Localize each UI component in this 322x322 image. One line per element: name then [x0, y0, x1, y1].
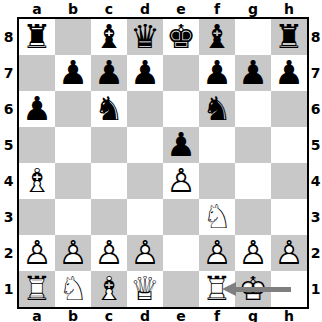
rank-coordinates-right: 87654321 [309, 17, 322, 309]
square-e8[interactable]: ♚ [163, 19, 199, 55]
piece-white-rook[interactable]: ♜♖ [199, 271, 235, 307]
square-e5[interactable]: ♟ [163, 127, 199, 163]
piece-black-queen[interactable]: ♛ [127, 19, 163, 55]
piece-glyph: ♙ [163, 163, 199, 199]
piece-white-pawn[interactable]: ♟♙ [199, 235, 235, 271]
square-e1[interactable] [163, 271, 199, 307]
square-f4[interactable] [199, 163, 235, 199]
piece-glyph: ♝ [199, 19, 235, 55]
square-b1[interactable]: ♞♘ [55, 271, 91, 307]
piece-white-pawn[interactable]: ♟♙ [55, 235, 91, 271]
piece-glyph: ♙ [91, 235, 127, 271]
rank-label-4: 4 [0, 163, 17, 199]
piece-glyph: ♙ [55, 235, 91, 271]
file-label-a: a [19, 2, 55, 16]
piece-glyph: ♗ [91, 271, 127, 307]
file-label-d: d [127, 309, 163, 322]
square-f8[interactable]: ♝ [199, 19, 235, 55]
square-e3[interactable] [163, 199, 199, 235]
piece-glyph: ♝ [91, 19, 127, 55]
rank-label-3: 3 [309, 199, 322, 235]
piece-white-queen[interactable]: ♛♕ [127, 271, 163, 307]
square-c3[interactable] [91, 199, 127, 235]
rank-label-6: 6 [0, 91, 17, 127]
piece-black-pawn[interactable]: ♟ [19, 91, 55, 127]
piece-glyph: ♔ [235, 271, 271, 307]
piece-white-bishop[interactable]: ♝♗ [91, 271, 127, 307]
square-h7[interactable]: ♟ [271, 55, 307, 91]
square-h1[interactable] [271, 271, 307, 307]
piece-white-pawn[interactable]: ♟♙ [19, 235, 55, 271]
piece-glyph: ♛ [127, 19, 163, 55]
rank-label-7: 7 [309, 55, 322, 91]
piece-black-bishop[interactable]: ♝ [199, 19, 235, 55]
square-c4[interactable] [91, 163, 127, 199]
square-d4[interactable] [127, 163, 163, 199]
square-g8[interactable] [235, 19, 271, 55]
square-h4[interactable] [271, 163, 307, 199]
file-label-g: g [235, 309, 271, 322]
square-b7[interactable]: ♟ [55, 55, 91, 91]
piece-white-rook[interactable]: ♜♖ [19, 271, 55, 307]
square-h2[interactable]: ♟♙ [271, 235, 307, 271]
piece-glyph: ♙ [127, 235, 163, 271]
rank-label-2: 2 [0, 235, 17, 271]
square-g6[interactable] [235, 91, 271, 127]
piece-glyph: ♟ [127, 55, 163, 91]
piece-white-bishop[interactable]: ♝♗ [19, 163, 55, 199]
square-c6[interactable]: ♞ [91, 91, 127, 127]
square-f5[interactable] [199, 127, 235, 163]
file-label-f: f [199, 309, 235, 322]
chess-board: ♜♝♛♚♝♜♟♟♟♟♟♟♟♞♞♟♝♗♟♙♞♘♟♙♟♙♟♙♟♙♟♙♟♙♟♙♜♖♞♘… [17, 17, 309, 309]
square-g2[interactable]: ♟♙ [235, 235, 271, 271]
piece-glyph: ♙ [199, 235, 235, 271]
square-g7[interactable]: ♟ [235, 55, 271, 91]
square-a6[interactable]: ♟ [19, 91, 55, 127]
square-b5[interactable] [55, 127, 91, 163]
piece-glyph: ♟ [199, 55, 235, 91]
square-d7[interactable]: ♟ [127, 55, 163, 91]
square-d2[interactable]: ♟♙ [127, 235, 163, 271]
square-a1[interactable]: ♜♖ [19, 271, 55, 307]
piece-glyph: ♚ [163, 19, 199, 55]
square-a3[interactable] [19, 199, 55, 235]
piece-glyph: ♖ [199, 271, 235, 307]
piece-black-pawn[interactable]: ♟ [91, 55, 127, 91]
square-f6[interactable]: ♞ [199, 91, 235, 127]
piece-black-pawn[interactable]: ♟ [199, 55, 235, 91]
rank-label-4: 4 [309, 163, 322, 199]
square-b8[interactable] [55, 19, 91, 55]
rank-label-8: 8 [0, 19, 17, 55]
file-label-g: g [235, 2, 271, 16]
file-label-h: h [271, 2, 307, 16]
piece-glyph: ♜ [19, 19, 55, 55]
piece-white-pawn[interactable]: ♟♙ [235, 235, 271, 271]
chess-diagram: abcdefgh 87654321 ♜♝♛♚♝♜♟♟♟♟♟♟♟♞♞♟♝♗♟♙♞♘… [0, 0, 322, 322]
square-g5[interactable] [235, 127, 271, 163]
piece-glyph: ♟ [163, 127, 199, 163]
square-b2[interactable]: ♟♙ [55, 235, 91, 271]
rank-label-6: 6 [309, 91, 322, 127]
rank-coordinates-left: 87654321 [0, 17, 17, 309]
square-g3[interactable] [235, 199, 271, 235]
square-c1[interactable]: ♝♗ [91, 271, 127, 307]
piece-glyph: ♙ [19, 235, 55, 271]
square-b6[interactable] [55, 91, 91, 127]
rank-label-5: 5 [309, 127, 322, 163]
file-label-f: f [199, 2, 235, 16]
rank-label-3: 3 [0, 199, 17, 235]
file-label-b: b [55, 309, 91, 322]
piece-glyph: ♟ [19, 91, 55, 127]
square-c2[interactable]: ♟♙ [91, 235, 127, 271]
rank-label-1: 1 [309, 271, 322, 307]
piece-black-bishop[interactable]: ♝ [91, 19, 127, 55]
file-label-d: d [127, 2, 163, 16]
square-c7[interactable]: ♟ [91, 55, 127, 91]
square-a7[interactable] [19, 55, 55, 91]
piece-glyph: ♟ [235, 55, 271, 91]
square-a8[interactable]: ♜ [19, 19, 55, 55]
rank-label-7: 7 [0, 55, 17, 91]
square-f3[interactable]: ♞♘ [199, 199, 235, 235]
rank-label-2: 2 [309, 235, 322, 271]
file-label-c: c [91, 309, 127, 322]
piece-black-pawn[interactable]: ♟ [271, 55, 307, 91]
piece-white-pawn[interactable]: ♟♙ [163, 163, 199, 199]
square-d5[interactable] [127, 127, 163, 163]
square-d3[interactable] [127, 199, 163, 235]
piece-white-knight[interactable]: ♞♘ [199, 199, 235, 235]
piece-glyph: ♘ [199, 199, 235, 235]
square-a2[interactable]: ♟♙ [19, 235, 55, 271]
piece-glyph: ♘ [55, 271, 91, 307]
square-f1[interactable]: ♜♖ [199, 271, 235, 307]
piece-glyph: ♞ [199, 91, 235, 127]
piece-glyph: ♟ [91, 55, 127, 91]
piece-black-pawn[interactable]: ♟ [127, 55, 163, 91]
square-h8[interactable]: ♜ [271, 19, 307, 55]
piece-black-knight[interactable]: ♞ [199, 91, 235, 127]
square-c5[interactable] [91, 127, 127, 163]
rank-label-1: 1 [0, 271, 17, 307]
square-e2[interactable] [163, 235, 199, 271]
square-f2[interactable]: ♟♙ [199, 235, 235, 271]
piece-glyph: ♖ [19, 271, 55, 307]
piece-glyph: ♙ [235, 235, 271, 271]
square-a4[interactable]: ♝♗ [19, 163, 55, 199]
piece-glyph: ♙ [271, 235, 307, 271]
file-label-e: e [163, 309, 199, 322]
piece-black-king[interactable]: ♚ [163, 19, 199, 55]
piece-white-knight[interactable]: ♞♘ [55, 271, 91, 307]
file-coordinates-top: abcdefgh [0, 0, 322, 17]
piece-glyph: ♕ [127, 271, 163, 307]
file-label-c: c [91, 2, 127, 16]
piece-black-pawn[interactable]: ♟ [55, 55, 91, 91]
piece-black-knight[interactable]: ♞ [91, 91, 127, 127]
piece-white-king[interactable]: ♚♔ [235, 271, 271, 307]
piece-white-pawn[interactable]: ♟♙ [91, 235, 127, 271]
square-g4[interactable] [235, 163, 271, 199]
file-label-h: h [271, 309, 307, 322]
square-f7[interactable]: ♟ [199, 55, 235, 91]
piece-glyph: ♟ [271, 55, 307, 91]
square-e7[interactable] [163, 55, 199, 91]
square-e6[interactable] [163, 91, 199, 127]
rank-label-8: 8 [309, 19, 322, 55]
square-d8[interactable]: ♛ [127, 19, 163, 55]
square-h3[interactable] [271, 199, 307, 235]
square-h5[interactable] [271, 127, 307, 163]
file-label-e: e [163, 2, 199, 16]
file-label-b: b [55, 2, 91, 16]
piece-white-pawn[interactable]: ♟♙ [127, 235, 163, 271]
square-b3[interactable] [55, 199, 91, 235]
square-b4[interactable] [55, 163, 91, 199]
piece-white-pawn[interactable]: ♟♙ [271, 235, 307, 271]
rank-label-5: 5 [0, 127, 17, 163]
square-c8[interactable]: ♝ [91, 19, 127, 55]
file-label-a: a [19, 309, 55, 322]
square-e4[interactable]: ♟♙ [163, 163, 199, 199]
square-a5[interactable] [19, 127, 55, 163]
piece-glyph: ♜ [271, 19, 307, 55]
piece-black-rook[interactable]: ♜ [19, 19, 55, 55]
square-g1[interactable]: ♚♔ [235, 271, 271, 307]
file-coordinates-bottom: abcdefgh [0, 309, 322, 322]
piece-glyph: ♟ [55, 55, 91, 91]
square-d6[interactable] [127, 91, 163, 127]
piece-black-rook[interactable]: ♜ [271, 19, 307, 55]
piece-glyph: ♗ [19, 163, 55, 199]
piece-black-pawn[interactable]: ♟ [163, 127, 199, 163]
piece-glyph: ♞ [91, 91, 127, 127]
square-d1[interactable]: ♛♕ [127, 271, 163, 307]
square-h6[interactable] [271, 91, 307, 127]
piece-black-pawn[interactable]: ♟ [235, 55, 271, 91]
